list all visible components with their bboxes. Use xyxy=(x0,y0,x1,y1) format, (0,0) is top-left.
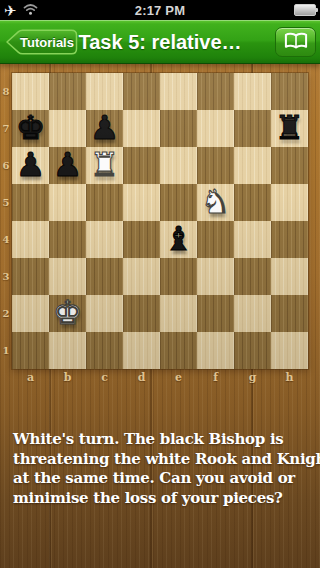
square-h7[interactable]: ♜ xyxy=(271,110,308,147)
status-bar: ✈ 2:17 PM xyxy=(0,0,320,20)
white-knight[interactable]: ♞ xyxy=(197,184,234,221)
black-pawn[interactable]: ♟ xyxy=(12,147,49,184)
back-button-label: Tutorials xyxy=(19,28,75,56)
square-b2[interactable]: ♚ xyxy=(49,295,86,332)
square-b8[interactable] xyxy=(49,73,86,110)
square-c5[interactable] xyxy=(86,184,123,221)
square-e7[interactable] xyxy=(160,110,197,147)
rank-label-7: 7 xyxy=(0,110,12,147)
rank-label-3: 3 xyxy=(0,258,12,295)
black-rook[interactable]: ♜ xyxy=(271,110,308,147)
file-label-e: e xyxy=(160,371,197,384)
square-b3[interactable] xyxy=(49,258,86,295)
square-c7[interactable]: ♟ xyxy=(86,110,123,147)
open-book-icon xyxy=(283,32,309,53)
square-a8[interactable] xyxy=(12,73,49,110)
file-label-d: d xyxy=(123,371,160,384)
square-a3[interactable] xyxy=(12,258,49,295)
square-e6[interactable] xyxy=(160,147,197,184)
rank-label-1: 1 xyxy=(0,332,12,369)
square-a5[interactable] xyxy=(12,184,49,221)
status-right xyxy=(294,4,320,16)
file-label-g: g xyxy=(234,371,271,384)
square-a1[interactable] xyxy=(12,332,49,369)
square-g3[interactable] xyxy=(234,258,271,295)
square-c8[interactable] xyxy=(86,73,123,110)
square-b1[interactable] xyxy=(49,332,86,369)
square-e3[interactable] xyxy=(160,258,197,295)
rank-label-4: 4 xyxy=(0,221,12,258)
tutorials-back-button[interactable]: Tutorials xyxy=(5,28,79,56)
rank-label-6: 6 xyxy=(0,147,12,184)
square-c2[interactable] xyxy=(86,295,123,332)
square-h2[interactable] xyxy=(271,295,308,332)
square-e2[interactable] xyxy=(160,295,197,332)
square-h6[interactable] xyxy=(271,147,308,184)
square-a7[interactable]: ♚ xyxy=(12,110,49,147)
square-f8[interactable] xyxy=(197,73,234,110)
caption-line-3: at the same time. Can you avoid or xyxy=(13,469,313,489)
caption-line-1: White's turn. The black Bishop is xyxy=(13,430,313,450)
black-pawn[interactable]: ♟ xyxy=(86,110,123,147)
square-a4[interactable] xyxy=(12,221,49,258)
square-g2[interactable] xyxy=(234,295,271,332)
square-d3[interactable] xyxy=(123,258,160,295)
clock: 2:17 PM xyxy=(0,3,320,18)
file-label-b: b xyxy=(49,371,86,384)
square-e4[interactable]: ♝ xyxy=(160,221,197,258)
page-title: Task 5: relative… xyxy=(78,31,241,54)
square-h8[interactable] xyxy=(271,73,308,110)
battery-icon xyxy=(294,4,316,16)
file-label-h: h xyxy=(271,371,308,384)
square-g7[interactable] xyxy=(234,110,271,147)
square-b5[interactable] xyxy=(49,184,86,221)
book-button[interactable] xyxy=(275,27,316,57)
square-g1[interactable] xyxy=(234,332,271,369)
rank-label-2: 2 xyxy=(0,295,12,332)
square-f5[interactable]: ♞ xyxy=(197,184,234,221)
square-h1[interactable] xyxy=(271,332,308,369)
square-f6[interactable] xyxy=(197,147,234,184)
rank-labels: 87654321 xyxy=(0,73,12,369)
white-rook[interactable]: ♜ xyxy=(86,147,123,184)
square-d8[interactable] xyxy=(123,73,160,110)
navigation-bar: Tutorials Task 5: relative… xyxy=(0,20,320,64)
square-b7[interactable] xyxy=(49,110,86,147)
square-h4[interactable] xyxy=(271,221,308,258)
rank-label-5: 5 xyxy=(0,184,12,221)
square-f7[interactable] xyxy=(197,110,234,147)
square-d1[interactable] xyxy=(123,332,160,369)
square-h3[interactable] xyxy=(271,258,308,295)
square-a2[interactable] xyxy=(12,295,49,332)
square-c3[interactable] xyxy=(86,258,123,295)
square-e1[interactable] xyxy=(160,332,197,369)
file-labels: abcdefgh xyxy=(12,371,308,384)
square-d2[interactable] xyxy=(123,295,160,332)
black-bishop[interactable]: ♝ xyxy=(160,221,197,258)
square-f4[interactable] xyxy=(197,221,234,258)
white-king[interactable]: ♚ xyxy=(49,295,86,332)
square-c6[interactable]: ♜ xyxy=(86,147,123,184)
iphone-screen: ✈ 2:17 PM xyxy=(0,0,320,568)
square-f3[interactable] xyxy=(197,258,234,295)
file-label-a: a xyxy=(12,371,49,384)
square-d6[interactable] xyxy=(123,147,160,184)
file-label-f: f xyxy=(197,371,234,384)
square-e8[interactable] xyxy=(160,73,197,110)
square-f2[interactable] xyxy=(197,295,234,332)
square-g4[interactable] xyxy=(234,221,271,258)
black-king[interactable]: ♚ xyxy=(12,110,49,147)
square-c4[interactable] xyxy=(86,221,123,258)
square-c1[interactable] xyxy=(86,332,123,369)
square-a6[interactable]: ♟ xyxy=(12,147,49,184)
black-pawn[interactable]: ♟ xyxy=(49,147,86,184)
square-b4[interactable] xyxy=(49,221,86,258)
square-d5[interactable] xyxy=(123,184,160,221)
tutorial-caption: White's turn. The black Bishop isthreate… xyxy=(13,430,313,508)
rank-label-8: 8 xyxy=(0,73,12,110)
caption-line-2: threatening the white Rook and Knight xyxy=(13,450,313,470)
caption-line-4: minimise the loss of your pieces? xyxy=(13,489,313,509)
chess-board: ♚♟♜♟♟♜♞♝♚ xyxy=(12,73,308,369)
square-h5[interactable] xyxy=(271,184,308,221)
square-g6[interactable] xyxy=(234,147,271,184)
square-g8[interactable] xyxy=(234,73,271,110)
file-label-c: c xyxy=(86,371,123,384)
square-e5[interactable] xyxy=(160,184,197,221)
square-f1[interactable] xyxy=(197,332,234,369)
square-b6[interactable]: ♟ xyxy=(49,147,86,184)
square-d7[interactable] xyxy=(123,110,160,147)
square-d4[interactable] xyxy=(123,221,160,258)
square-g5[interactable] xyxy=(234,184,271,221)
